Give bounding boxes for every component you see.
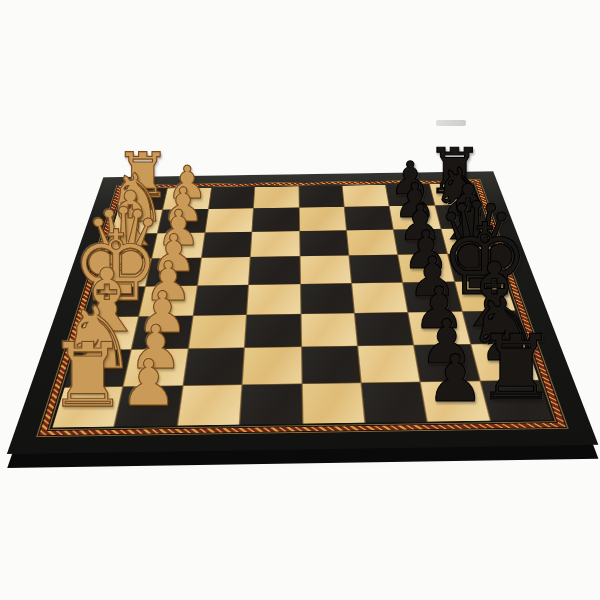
- square-e2: [140, 286, 197, 316]
- photo-artifact: [436, 120, 466, 126]
- square-f3: [189, 315, 246, 348]
- square-h5: [302, 383, 364, 424]
- square-b7: [390, 206, 440, 229]
- square-g4: [243, 347, 301, 384]
- square-f8: [463, 311, 527, 344]
- square-a1: [118, 188, 167, 210]
- square-e5: [301, 283, 354, 313]
- square-d6: [349, 255, 402, 283]
- square-b6: [345, 207, 393, 230]
- square-g1: [65, 350, 131, 387]
- square-g2: [124, 349, 187, 386]
- square-f4: [245, 314, 300, 347]
- square-c5: [300, 230, 349, 256]
- square-f1: [76, 317, 139, 350]
- square-d8: [448, 253, 505, 281]
- square-b8: [435, 205, 487, 228]
- square-a8: [430, 184, 480, 206]
- square-a2: [163, 188, 210, 210]
- square-g5: [302, 346, 361, 383]
- square-e8: [455, 281, 515, 311]
- square-b4: [252, 208, 298, 232]
- square-c3: [202, 232, 252, 258]
- square-e4: [247, 284, 300, 314]
- square-d3: [198, 257, 250, 285]
- square-c6: [347, 230, 398, 255]
- square-g8: [471, 344, 538, 381]
- square-a6: [342, 185, 388, 207]
- square-f6: [355, 313, 413, 346]
- square-f7: [409, 312, 470, 345]
- square-e6: [352, 282, 408, 312]
- square-e1: [86, 286, 145, 316]
- square-f2: [132, 316, 192, 349]
- square-a3: [209, 187, 255, 209]
- square-d1: [95, 259, 151, 287]
- square-b1: [111, 210, 162, 234]
- square-d2: [146, 258, 200, 286]
- square-d7: [398, 254, 453, 282]
- square-h4: [240, 384, 301, 425]
- square-d4: [249, 257, 299, 285]
- chess-board: [7, 171, 599, 454]
- square-e3: [193, 285, 248, 315]
- playing-area: [52, 184, 552, 428]
- square-a4: [254, 186, 298, 208]
- square-h3: [178, 385, 242, 426]
- square-f5: [301, 313, 357, 346]
- square-c8: [441, 228, 496, 253]
- square-e7: [403, 282, 461, 312]
- square-h6: [362, 382, 427, 423]
- square-c2: [153, 233, 205, 259]
- square-c4: [251, 231, 299, 257]
- square-c7: [394, 229, 447, 254]
- square-a7: [386, 184, 434, 206]
- square-g7: [415, 345, 480, 382]
- square-b2: [158, 209, 208, 233]
- square-d5: [300, 256, 351, 284]
- square-b3: [205, 209, 253, 233]
- square-h2: [115, 386, 182, 427]
- square-g6: [358, 346, 420, 383]
- square-a5: [299, 186, 344, 208]
- square-h1: [52, 387, 122, 428]
- square-c1: [103, 233, 157, 259]
- square-g3: [183, 348, 244, 385]
- product-photo: ♜♞♝♛♚♝♞♜♟♟♟♟♟♟♟♟♟♟♟♟♟♟♟♟♜♞♝♛♚♝♞♜: [0, 0, 600, 600]
- square-h7: [421, 381, 489, 422]
- square-b5: [299, 207, 346, 231]
